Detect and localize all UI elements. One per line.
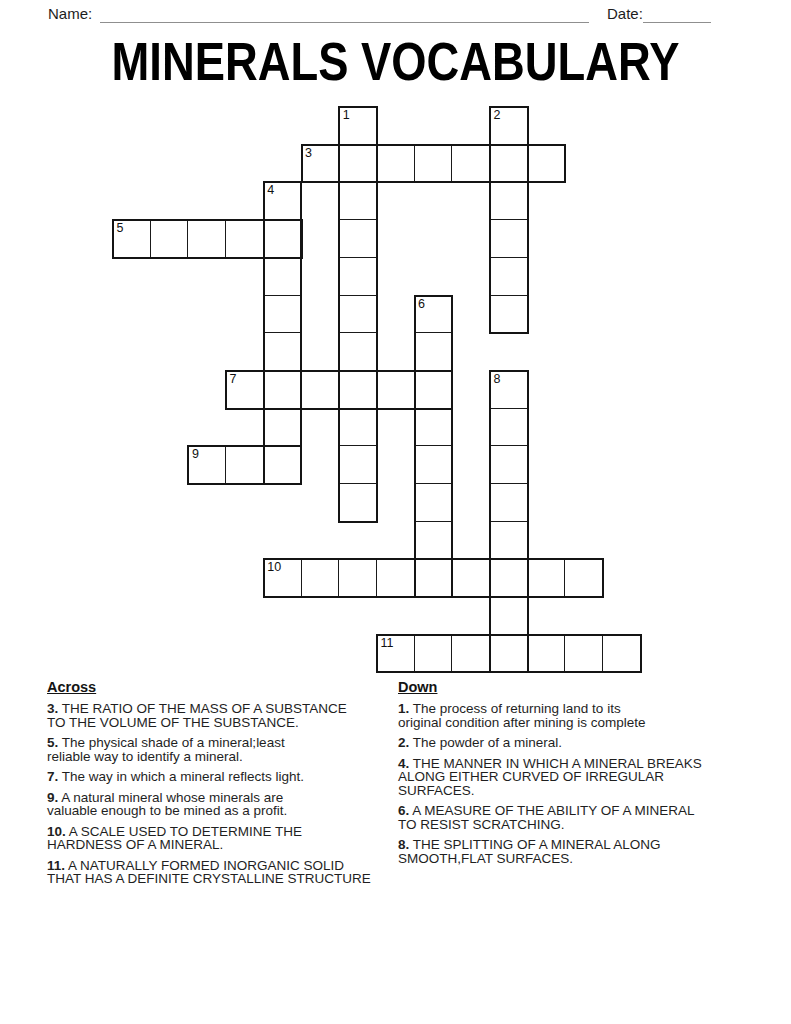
- grid-cell[interactable]: [490, 597, 528, 635]
- grid-cell[interactable]: [264, 258, 302, 296]
- grid-cell[interactable]: [339, 371, 377, 409]
- cell-number: 1: [343, 109, 350, 122]
- grid-cell[interactable]: [339, 559, 377, 597]
- clue-8: 8. THE SPLITTING OF A MINERAL ALONG SMOO…: [398, 838, 760, 865]
- clue-text: THE SPLITTING OF A MINERAL ALONG SMOOTH,…: [398, 837, 661, 866]
- date-label: Date:: [607, 5, 643, 22]
- grid-cell[interactable]: [264, 333, 302, 371]
- grid-cell[interactable]: [415, 145, 453, 183]
- clue-text: THE RATIO OF THE MASS OF A SUBSTANCE TO …: [47, 701, 347, 730]
- cell-number: 8: [494, 373, 501, 386]
- grid-cell[interactable]: [302, 371, 340, 409]
- down-heading: Down: [398, 679, 760, 695]
- grid-cell[interactable]: [452, 559, 490, 597]
- clue-1: 1. The process of returning land to its …: [398, 702, 760, 729]
- clue-10: 10. A SCALE USED TO DETERMINE THE HARDNE…: [47, 825, 397, 852]
- grid-cell[interactable]: [528, 635, 566, 673]
- across-heading: Across: [47, 679, 397, 695]
- page-title: MINERALS VOCABULARY: [63, 30, 727, 92]
- grid-cell[interactable]: [452, 635, 490, 673]
- grid-cell[interactable]: [490, 409, 528, 447]
- clue-text: THE MANNER IN WHICH A MINERAL BREAKS ALO…: [398, 756, 702, 798]
- grid-cell[interactable]: [490, 145, 528, 183]
- down-clues-section: Down 1. The process of returning land to…: [398, 679, 760, 872]
- clue-text: A SCALE USED TO DETERMINE THE HARDNESS O…: [47, 824, 302, 853]
- grid-cell[interactable]: [490, 446, 528, 484]
- grid-cell[interactable]: [377, 559, 415, 597]
- grid-cell[interactable]: [415, 333, 453, 371]
- grid-cell[interactable]: [339, 296, 377, 334]
- clue-text: The physical shade of a mineral;least re…: [47, 735, 285, 764]
- name-label: Name:: [48, 5, 92, 22]
- grid-cell[interactable]: [339, 409, 377, 447]
- grid-cell[interactable]: [377, 145, 415, 183]
- grid-cell[interactable]: [415, 559, 453, 597]
- name-input-line[interactable]: [100, 22, 589, 23]
- clue-5: 5. The physical shade of a mineral;least…: [47, 736, 397, 763]
- grid-cell[interactable]: [339, 145, 377, 183]
- cell-number: 6: [418, 298, 425, 311]
- clue-text: A natural mineral whose minerals are val…: [47, 790, 287, 819]
- cell-number: 10: [267, 561, 281, 574]
- grid-cell[interactable]: [490, 296, 528, 334]
- clue-number-label: 2.: [398, 735, 409, 750]
- grid-cell[interactable]: [490, 258, 528, 296]
- clue-text: A NATURALLY FORMED INORGANIC SOLID THAT …: [47, 858, 371, 887]
- grid-cell[interactable]: [490, 559, 528, 597]
- grid-cell[interactable]: [490, 220, 528, 258]
- cell-number: 3: [305, 147, 312, 160]
- grid-cell[interactable]: [264, 409, 302, 447]
- clue-11: 11. A NATURALLY FORMED INORGANIC SOLID T…: [47, 859, 397, 886]
- grid-cell[interactable]: [264, 446, 302, 484]
- grid-cell[interactable]: [490, 182, 528, 220]
- grid-cell[interactable]: [188, 220, 226, 258]
- grid-cell[interactable]: [415, 371, 453, 409]
- clue-4: 4. THE MANNER IN WHICH A MINERAL BREAKS …: [398, 757, 760, 798]
- grid-cell[interactable]: [565, 559, 603, 597]
- date-input-line[interactable]: [643, 22, 711, 23]
- grid-cell[interactable]: [264, 296, 302, 334]
- down-clue-list: 1. The process of returning land to its …: [398, 702, 760, 865]
- grid-cell[interactable]: [302, 559, 340, 597]
- grid-cell[interactable]: [565, 635, 603, 673]
- clue-2: 2. The powder of a mineral.: [398, 736, 760, 750]
- grid-cell[interactable]: [415, 409, 453, 447]
- worksheet-page: Name: Date: MINERALS VOCABULARY 12345678…: [0, 0, 791, 1024]
- grid-cell[interactable]: [603, 635, 641, 673]
- grid-cell[interactable]: [339, 220, 377, 258]
- grid-cell[interactable]: [264, 371, 302, 409]
- cell-number: 5: [117, 222, 124, 235]
- grid-cell[interactable]: [339, 182, 377, 220]
- grid-cell[interactable]: [415, 484, 453, 522]
- grid-cell[interactable]: [339, 446, 377, 484]
- clue-7: 7. The way in which a mineral reflects l…: [47, 770, 397, 784]
- clue-text: The process of returning land to its ori…: [398, 701, 646, 730]
- across-clues-section: Across 3. THE RATIO OF THE MASS OF A SUB…: [47, 679, 397, 893]
- grid-cell[interactable]: [490, 484, 528, 522]
- grid-cell[interactable]: [528, 559, 566, 597]
- clue-text: A MEASURE OF THE ABILITY OF A MINERAL TO…: [398, 803, 695, 832]
- grid-cell[interactable]: [490, 522, 528, 560]
- cell-number: 11: [380, 637, 393, 650]
- grid-cell[interactable]: [339, 333, 377, 371]
- grid-cell[interactable]: [339, 484, 377, 522]
- clue-number-label: 7.: [47, 769, 58, 784]
- grid-cell[interactable]: [490, 635, 528, 673]
- grid-cell[interactable]: [528, 145, 566, 183]
- grid-cell[interactable]: [415, 446, 453, 484]
- grid-cell[interactable]: [226, 446, 264, 484]
- cell-number: 7: [230, 373, 237, 386]
- grid-cell[interactable]: [415, 522, 453, 560]
- grid-cell[interactable]: [264, 220, 302, 258]
- cell-number: 4: [267, 184, 274, 197]
- clue-9: 9. A natural mineral whose minerals are …: [47, 791, 397, 818]
- grid-cell[interactable]: [151, 220, 189, 258]
- grid-cell[interactable]: [377, 371, 415, 409]
- clue-text: The powder of a mineral.: [409, 735, 562, 750]
- clue-text: The way in which a mineral reflects ligh…: [58, 769, 304, 784]
- clue-6: 6. A MEASURE OF THE ABILITY OF A MINERAL…: [398, 804, 760, 831]
- grid-cell[interactable]: [226, 220, 264, 258]
- cell-number: 9: [192, 448, 199, 461]
- grid-cell[interactable]: [415, 635, 453, 673]
- clue-3: 3. THE RATIO OF THE MASS OF A SUBSTANCE …: [47, 702, 397, 729]
- across-clue-list: 3. THE RATIO OF THE MASS OF A SUBSTANCE …: [47, 702, 397, 886]
- grid-cell[interactable]: [452, 145, 490, 183]
- crossword-grid: 1234567891011: [113, 107, 641, 673]
- grid-cell[interactable]: [339, 258, 377, 296]
- cell-number: 2: [494, 109, 501, 122]
